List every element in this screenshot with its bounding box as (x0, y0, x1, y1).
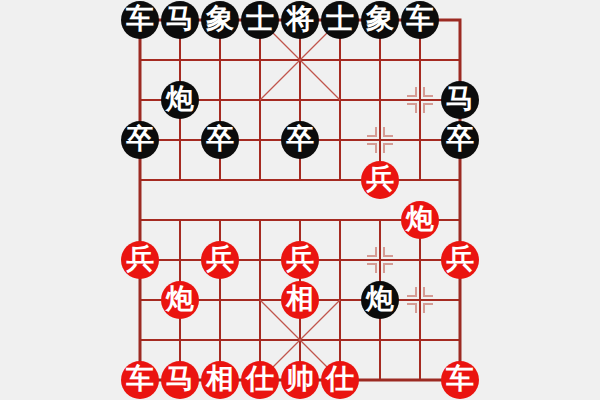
piece-red-elephant[interactable]: 相 (201, 361, 239, 399)
piece-red-cannon[interactable]: 炮 (161, 281, 199, 319)
piece-black-horse[interactable]: 马 (441, 81, 479, 119)
piece-black-soldier[interactable]: 卒 (121, 121, 159, 159)
piece-black-cannon[interactable]: 炮 (161, 81, 199, 119)
piece-red-soldier[interactable]: 兵 (121, 241, 159, 279)
piece-black-advisor[interactable]: 士 (321, 1, 359, 39)
piece-red-general[interactable]: 帅 (281, 361, 319, 399)
piece-red-chariot[interactable]: 车 (441, 361, 479, 399)
piece-red-soldier[interactable]: 兵 (441, 241, 479, 279)
piece-red-horse[interactable]: 马 (161, 361, 199, 399)
piece-red-soldier[interactable]: 兵 (281, 241, 319, 279)
xiangqi-board: 车马象士将士象车炮马卒卒卒卒兵炮兵兵兵兵炮相炮车马相仕帅仕车 (0, 0, 600, 400)
piece-black-elephant[interactable]: 象 (201, 1, 239, 39)
piece-red-elephant[interactable]: 相 (281, 281, 319, 319)
piece-red-cannon[interactable]: 炮 (401, 201, 439, 239)
piece-black-elephant[interactable]: 象 (361, 1, 399, 39)
piece-red-chariot[interactable]: 车 (121, 361, 159, 399)
piece-black-chariot[interactable]: 车 (401, 1, 439, 39)
piece-black-horse[interactable]: 马 (161, 1, 199, 39)
piece-red-soldier[interactable]: 兵 (201, 241, 239, 279)
piece-black-soldier[interactable]: 卒 (281, 121, 319, 159)
piece-black-chariot[interactable]: 车 (121, 1, 159, 39)
piece-black-soldier[interactable]: 卒 (201, 121, 239, 159)
piece-black-advisor[interactable]: 士 (241, 1, 279, 39)
piece-red-advisor[interactable]: 仕 (241, 361, 279, 399)
piece-black-cannon[interactable]: 炮 (361, 281, 399, 319)
piece-black-soldier[interactable]: 卒 (441, 121, 479, 159)
piece-red-advisor[interactable]: 仕 (321, 361, 359, 399)
piece-red-soldier[interactable]: 兵 (361, 161, 399, 199)
pieces-layer: 车马象士将士象车炮马卒卒卒卒兵炮兵兵兵兵炮相炮车马相仕帅仕车 (120, 0, 480, 400)
piece-black-general[interactable]: 将 (281, 1, 319, 39)
